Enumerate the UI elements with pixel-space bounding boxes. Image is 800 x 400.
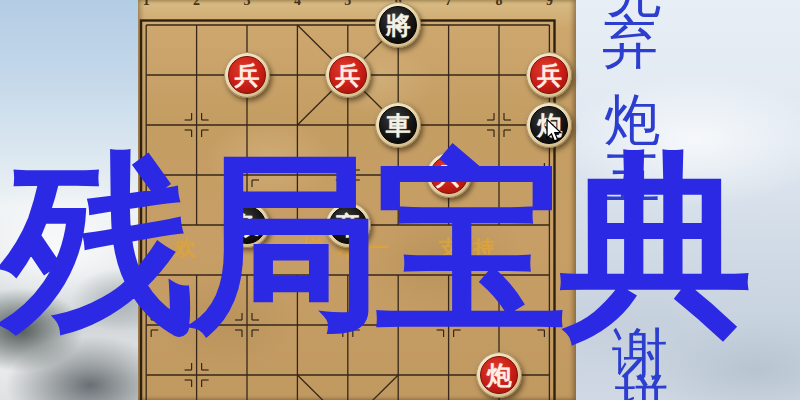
mouse-cursor-icon (545, 119, 563, 143)
piece-glyph: 兵 (335, 63, 360, 88)
piece-red-soldier[interactable]: 兵 (224, 52, 270, 98)
file-label-4: 4 (285, 0, 309, 9)
thumbnail-stage: 123456789 欢增增一支持 將兵兵兵車炮兵象卒炮 先弃炮五谢拼 残局宝典 (0, 0, 800, 400)
piece-red-soldier[interactable]: 兵 (325, 52, 371, 98)
file-label-9: 9 (537, 0, 561, 9)
piece-glyph: 兵 (235, 63, 260, 88)
file-label-7: 7 (437, 0, 461, 9)
piece-glyph: 兵 (537, 63, 562, 88)
file-label-1: 1 (134, 0, 158, 9)
file-label-8: 8 (487, 0, 511, 9)
annotation-char: 弃 (602, 14, 658, 70)
piece-disc: 兵 (228, 56, 266, 94)
piece-red-cannon[interactable]: 炮 (476, 352, 522, 398)
file-label-5: 5 (336, 0, 360, 9)
piece-black-general[interactable]: 將 (375, 2, 421, 48)
file-label-2: 2 (185, 0, 209, 9)
piece-glyph: 將 (386, 13, 411, 38)
piece-disc: 兵 (530, 56, 568, 94)
file-label-3: 3 (235, 0, 259, 9)
annotation-char: 拼 (614, 372, 670, 400)
piece-glyph: 車 (386, 113, 411, 138)
piece-disc: 炮 (480, 356, 518, 394)
piece-glyph: 炮 (487, 363, 512, 388)
piece-disc: 將 (379, 6, 417, 44)
video-title-overlay: 残局宝典 (2, 150, 746, 343)
piece-disc: 兵 (329, 56, 367, 94)
